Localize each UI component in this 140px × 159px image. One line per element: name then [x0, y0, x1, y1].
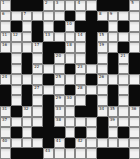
- cell-r2c3[interactable]: 7: [22, 11, 33, 22]
- cell-r15c11: [108, 148, 119, 159]
- cell-r5c11[interactable]: [108, 42, 119, 53]
- cell-r7c7: [65, 64, 76, 75]
- cell-r4c3[interactable]: [22, 32, 33, 43]
- cell-r3c2: [11, 21, 22, 32]
- cell-r9c12[interactable]: [118, 85, 129, 96]
- cell-r8c11[interactable]: [108, 74, 119, 85]
- cell-r10c2[interactable]: [11, 95, 22, 106]
- cell-r13c5: [43, 127, 54, 138]
- cell-r6c4[interactable]: [32, 53, 43, 64]
- cell-r4c2[interactable]: 12: [11, 32, 22, 43]
- cell-r8c9: [86, 74, 97, 85]
- cell-r9c3: [22, 85, 33, 96]
- cell-r14c7: [65, 138, 76, 149]
- cell-r7c10[interactable]: [97, 64, 108, 75]
- cell-r9c8[interactable]: 28: [75, 85, 86, 96]
- clue-number: 27: [34, 86, 39, 90]
- cell-r9c13: [129, 85, 140, 96]
- cell-r4c4: [32, 32, 43, 43]
- cell-r3c3[interactable]: [22, 21, 33, 32]
- cell-r5c12: [118, 42, 129, 53]
- cell-r10c8[interactable]: [75, 95, 86, 106]
- cell-r10c3: [22, 95, 33, 106]
- cell-r2c1[interactable]: 6: [0, 11, 11, 22]
- clue-number: 43: [45, 149, 50, 153]
- clue-number: 1: [2, 1, 5, 5]
- cell-r11c11[interactable]: 35: [108, 106, 119, 117]
- cell-r10c9: [86, 95, 97, 106]
- cell-r12c13[interactable]: [129, 117, 140, 128]
- cell-r13c6: [54, 127, 65, 138]
- cell-r3c5[interactable]: [43, 21, 54, 32]
- cell-r6c5: [43, 53, 54, 64]
- cell-r1c13[interactable]: 5: [129, 0, 140, 11]
- cell-r15c5[interactable]: 43: [43, 148, 54, 159]
- cell-r14c4[interactable]: [32, 138, 43, 149]
- cell-r13c8: [75, 127, 86, 138]
- cell-r10c12[interactable]: [118, 95, 129, 106]
- cell-r4c5[interactable]: 13: [43, 32, 54, 43]
- cell-r14c8[interactable]: 42: [75, 138, 86, 149]
- cell-r7c9[interactable]: [86, 64, 97, 75]
- cell-r7c6[interactable]: [54, 64, 65, 75]
- cell-r11c9: [86, 106, 97, 117]
- cell-r4c7[interactable]: [65, 32, 76, 43]
- cell-r3c9: [86, 21, 97, 32]
- cell-r8c5: [43, 74, 54, 85]
- clue-number: 32: [24, 107, 29, 111]
- cell-r7c2[interactable]: [11, 64, 22, 75]
- clue-number: 25: [56, 75, 61, 79]
- clue-number: 29: [56, 96, 61, 100]
- cell-r6c9: [86, 53, 97, 64]
- cell-r15c12: [118, 148, 129, 159]
- cell-r3c6: [54, 21, 65, 32]
- cell-r15c6[interactable]: [54, 148, 65, 159]
- cell-r3c10: [97, 21, 108, 32]
- clue-number: 21: [120, 54, 125, 58]
- cell-r13c4: [32, 127, 43, 138]
- cell-r8c1[interactable]: 24: [0, 74, 11, 85]
- cell-r1c7[interactable]: [65, 0, 76, 11]
- cell-r15c13[interactable]: [129, 148, 140, 159]
- cell-r6c12[interactable]: 21: [118, 53, 129, 64]
- cell-r10c1: [0, 95, 11, 106]
- crossword-grid: 1234567891011121314151617181920212223242…: [0, 0, 140, 159]
- cell-r10c6[interactable]: 29: [54, 95, 65, 106]
- cell-r13c7[interactable]: [65, 127, 76, 138]
- cell-r1c4: [32, 0, 43, 11]
- cell-r4c6[interactable]: [54, 32, 65, 43]
- cell-r5c13[interactable]: [129, 42, 140, 53]
- cell-r1c10: [97, 0, 108, 11]
- cell-r13c3[interactable]: [22, 127, 33, 138]
- clue-number: 40: [2, 139, 7, 143]
- cell-r11c3[interactable]: 32: [22, 106, 33, 117]
- clue-number: 5: [131, 1, 134, 5]
- clue-number: 28: [77, 86, 82, 90]
- cell-r13c11[interactable]: [108, 127, 119, 138]
- cell-r8c13[interactable]: [129, 74, 140, 85]
- cell-r2c5[interactable]: [43, 11, 54, 22]
- clue-number: 26: [99, 75, 104, 79]
- crossword-board: 1234567891011121314151617181920212223242…: [0, 0, 140, 159]
- cell-r12c5: [43, 117, 54, 128]
- clue-number: 35: [110, 107, 115, 111]
- cell-r3c12: [118, 21, 129, 32]
- cell-r3c1[interactable]: [0, 21, 11, 32]
- cell-r4c10[interactable]: 15: [97, 32, 108, 43]
- cell-r6c6[interactable]: 20: [54, 53, 65, 64]
- cell-r4c9: [86, 32, 97, 43]
- cell-r8c6[interactable]: 25: [54, 74, 65, 85]
- cell-r9c11: [108, 85, 119, 96]
- cell-r7c13: [129, 64, 140, 75]
- cell-r11c8: [75, 106, 86, 117]
- cell-r15c3: [22, 148, 33, 159]
- cell-r7c8[interactable]: 23: [75, 64, 86, 75]
- clue-number: 8: [99, 12, 102, 16]
- cell-r12c9[interactable]: [86, 117, 97, 128]
- cell-r2c6[interactable]: [54, 11, 65, 22]
- cell-r15c4: [32, 148, 43, 159]
- cell-r1c1[interactable]: 1: [0, 0, 11, 11]
- clue-number: 23: [77, 65, 82, 69]
- clue-number: 42: [77, 139, 82, 143]
- cell-r15c7[interactable]: [65, 148, 76, 159]
- clue-number: 3: [56, 1, 59, 5]
- cell-r7c1: [0, 64, 11, 75]
- cell-r1c11: [108, 0, 119, 11]
- clue-number: 17: [34, 43, 39, 47]
- cell-r1c3: [22, 0, 33, 11]
- cell-r10c11: [108, 95, 119, 106]
- cell-r5c6: [54, 42, 65, 53]
- clue-number: 12: [13, 33, 18, 37]
- cell-r5c5: [43, 42, 54, 53]
- cell-r14c6[interactable]: 41: [54, 138, 65, 149]
- cell-r12c12[interactable]: [118, 117, 129, 128]
- cell-r2c8[interactable]: [75, 11, 86, 22]
- cell-r9c4[interactable]: 27: [32, 85, 43, 96]
- cell-r14c5: [43, 138, 54, 149]
- cell-r11c10[interactable]: 34: [97, 106, 108, 117]
- cell-r10c13: [129, 95, 140, 106]
- cell-r4c13[interactable]: [129, 32, 140, 43]
- cell-r7c4[interactable]: 22: [32, 64, 43, 75]
- cell-r13c2: [11, 127, 22, 138]
- cell-r12c10: [97, 117, 108, 128]
- clue-number: 16: [2, 43, 7, 47]
- clue-number: 18: [67, 43, 72, 47]
- cell-r2c10[interactable]: 8: [97, 11, 108, 22]
- cell-r8c10[interactable]: 26: [97, 74, 108, 85]
- cell-r4c12[interactable]: [118, 32, 129, 43]
- cell-r4c1[interactable]: 11: [0, 32, 11, 43]
- cell-r12c2[interactable]: [11, 117, 22, 128]
- cell-r11c13[interactable]: 36: [129, 106, 140, 117]
- cell-r14c2[interactable]: [11, 138, 22, 149]
- cell-r9c5[interactable]: [43, 85, 54, 96]
- cell-r6c10[interactable]: [97, 53, 108, 64]
- clue-number: 22: [34, 65, 39, 69]
- cell-r2c4[interactable]: [32, 11, 43, 22]
- cell-r12c7[interactable]: [65, 117, 76, 128]
- clue-number: 39: [110, 118, 115, 122]
- cell-r2c11[interactable]: 9: [108, 11, 119, 22]
- clue-number: 30: [67, 96, 72, 100]
- cell-r9c10[interactable]: [97, 85, 108, 96]
- cell-r5c9: [86, 42, 97, 53]
- cell-r11c7[interactable]: [65, 106, 76, 117]
- cell-r6c1: [0, 53, 11, 64]
- cell-r5c7[interactable]: 18: [65, 42, 76, 53]
- cell-r5c10[interactable]: 19: [97, 42, 108, 53]
- clue-number: 34: [99, 107, 104, 111]
- cell-r13c1[interactable]: [0, 127, 11, 138]
- cell-r14c3[interactable]: [22, 138, 33, 149]
- cell-r8c2[interactable]: [11, 74, 22, 85]
- cell-r9c2[interactable]: [11, 85, 22, 96]
- clue-number: 14: [77, 33, 82, 37]
- cell-r1c12: [118, 0, 129, 11]
- cell-r7c5[interactable]: [43, 64, 54, 75]
- cell-r14c10[interactable]: [97, 138, 108, 149]
- cell-r14c12[interactable]: [118, 138, 129, 149]
- clue-number: 36: [131, 107, 136, 111]
- cell-r15c9[interactable]: [86, 148, 97, 159]
- cell-r6c2[interactable]: [11, 53, 22, 64]
- cell-r6c13: [129, 53, 140, 64]
- cell-r9c6[interactable]: [54, 85, 65, 96]
- cell-r4c11[interactable]: [108, 32, 119, 43]
- clue-number: 2: [45, 1, 48, 5]
- clue-number: 20: [56, 54, 61, 58]
- cell-r8c3[interactable]: [22, 74, 33, 85]
- cell-r5c8[interactable]: [75, 42, 86, 53]
- cell-r1c5[interactable]: 2: [43, 0, 54, 11]
- cell-r10c4[interactable]: [32, 95, 43, 106]
- cell-r5c1[interactable]: 16: [0, 42, 11, 53]
- cell-r14c11[interactable]: [108, 138, 119, 149]
- cell-r6c11: [108, 53, 119, 64]
- cell-r9c7: [65, 85, 76, 96]
- cell-r12c8[interactable]: [75, 117, 86, 128]
- cell-r3c7[interactable]: 10: [65, 21, 76, 32]
- clue-number: 31: [2, 107, 7, 111]
- clue-number: 15: [99, 33, 104, 37]
- cell-r3c8: [75, 21, 86, 32]
- cell-r3c13[interactable]: [129, 21, 140, 32]
- clue-number: 11: [2, 33, 7, 37]
- cell-r14c13[interactable]: [129, 138, 140, 149]
- cell-r8c12[interactable]: [118, 74, 129, 85]
- cell-r3c11[interactable]: [108, 21, 119, 32]
- cell-r14c9[interactable]: [86, 138, 97, 149]
- cell-r7c12[interactable]: [118, 64, 129, 75]
- clue-number: 10: [67, 22, 72, 26]
- cell-r2c12[interactable]: [118, 11, 129, 22]
- clue-number: 33: [56, 107, 61, 111]
- cell-r5c2[interactable]: [11, 42, 22, 53]
- cell-r15c8[interactable]: [75, 148, 86, 159]
- cell-r15c2: [11, 148, 22, 159]
- clue-number: 9: [110, 12, 113, 16]
- cell-r10c10[interactable]: [97, 95, 108, 106]
- cell-r2c13[interactable]: [129, 11, 140, 22]
- cell-r12c1[interactable]: 37: [0, 117, 11, 128]
- cell-r1c8[interactable]: 4: [75, 0, 86, 11]
- clue-number: 38: [56, 118, 61, 122]
- cell-r13c9[interactable]: [86, 127, 97, 138]
- clue-number: 41: [56, 139, 61, 143]
- cell-r1c9[interactable]: [86, 0, 97, 11]
- cell-r13c12: [118, 127, 129, 138]
- cell-r1c6[interactable]: 3: [54, 0, 65, 11]
- clue-number: 7: [24, 12, 27, 16]
- cell-r7c11: [108, 64, 119, 75]
- cell-r11c4[interactable]: [32, 106, 43, 117]
- clue-number: 37: [2, 118, 7, 122]
- cell-r11c2: [11, 106, 22, 117]
- cell-r2c2[interactable]: [11, 11, 22, 22]
- cell-r15c10: [97, 148, 108, 159]
- cell-r9c9[interactable]: [86, 85, 97, 96]
- cell-r14c1[interactable]: 40: [0, 138, 11, 149]
- cell-r11c12[interactable]: [118, 106, 129, 117]
- clue-number: 24: [2, 75, 7, 79]
- cell-r5c3[interactable]: [22, 42, 33, 53]
- cell-r1c2: [11, 0, 22, 11]
- cell-r2c9: [86, 11, 97, 22]
- cell-r4c8[interactable]: 14: [75, 32, 86, 43]
- clue-number: 6: [2, 12, 5, 16]
- cell-r5c4[interactable]: 17: [32, 42, 43, 53]
- clue-number: 4: [77, 1, 80, 5]
- cell-r10c5: [43, 95, 54, 106]
- cell-r12c6[interactable]: 38: [54, 117, 65, 128]
- cell-r9c1: [0, 85, 11, 96]
- clue-number: 19: [99, 43, 104, 47]
- cell-r15c1[interactable]: [0, 148, 11, 159]
- cell-r11c5: [43, 106, 54, 117]
- cell-r8c4[interactable]: [32, 74, 43, 85]
- cell-r8c7[interactable]: [65, 74, 76, 85]
- cell-r13c13[interactable]: [129, 127, 140, 138]
- cell-r6c8[interactable]: [75, 53, 86, 64]
- clue-number: 13: [45, 33, 50, 37]
- cell-r6c3: [22, 53, 33, 64]
- cell-r13c10: [97, 127, 108, 138]
- cell-r12c11[interactable]: 39: [108, 117, 119, 128]
- cell-r11c1[interactable]: 31: [0, 106, 11, 117]
- cell-r11c6[interactable]: 33: [54, 106, 65, 117]
- cell-r3c4: [32, 21, 43, 32]
- cell-r7c3: [22, 64, 33, 75]
- cell-r10c7[interactable]: 30: [65, 95, 76, 106]
- cell-r8c8[interactable]: [75, 74, 86, 85]
- cell-r12c3[interactable]: [22, 117, 33, 128]
- cell-r2c7: [65, 11, 76, 22]
- cell-r6c7[interactable]: [65, 53, 76, 64]
- cell-r12c4[interactable]: [32, 117, 43, 128]
